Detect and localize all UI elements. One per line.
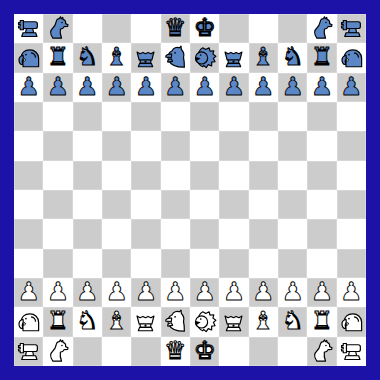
square-b12[interactable] [43,14,72,43]
square-c11[interactable]: ♞ [73,43,102,72]
square-a7[interactable] [14,161,43,190]
white-pawn-piece[interactable]: ♟ [193,279,215,304]
square-g3[interactable]: ♟ [190,278,219,307]
white-cannon-piece[interactable] [338,338,365,365]
white-bishop-piece[interactable]: ♝ [105,308,127,333]
square-k6[interactable] [307,190,336,219]
square-a12[interactable] [14,14,43,43]
square-b4[interactable] [43,249,72,278]
black-rook-piece[interactable]: ♜ [47,44,69,69]
square-k10[interactable]: ♟ [307,73,336,102]
square-h6[interactable] [219,190,248,219]
black-pawn-piece[interactable]: ♟ [76,74,98,99]
square-f11[interactable] [161,43,190,72]
square-a4[interactable] [14,249,43,278]
white-elephant-piece[interactable] [338,308,365,335]
square-b6[interactable] [43,190,72,219]
white-lion-piece[interactable] [191,308,218,335]
square-l9[interactable] [337,102,366,131]
square-g10[interactable]: ♟ [190,73,219,102]
square-f7[interactable] [161,161,190,190]
white-prince-piece[interactable] [220,308,247,335]
square-e4[interactable] [131,249,160,278]
square-b2[interactable]: ♜ [43,307,72,336]
square-i10[interactable]: ♟ [249,73,278,102]
square-l5[interactable] [337,219,366,248]
black-bishop-piece[interactable]: ♝ [105,44,127,69]
white-camel-piece[interactable] [308,338,335,365]
square-d3[interactable]: ♟ [102,278,131,307]
square-k2[interactable]: ♜ [307,307,336,336]
square-l3[interactable]: ♟ [337,278,366,307]
black-knight-piece[interactable]: ♞ [281,44,303,69]
white-pawn-piece[interactable]: ♟ [135,279,157,304]
square-h11[interactable] [219,43,248,72]
square-a11[interactable] [14,43,43,72]
square-f1[interactable]: ♛ [161,337,190,366]
black-king-piece[interactable]: ♚ [193,15,215,40]
square-l1[interactable] [337,337,366,366]
square-a1[interactable] [14,337,43,366]
square-j1[interactable] [278,337,307,366]
square-l12[interactable] [337,14,366,43]
square-d12[interactable] [102,14,131,43]
white-knight-piece[interactable]: ♞ [76,308,98,333]
square-d6[interactable] [102,190,131,219]
square-d1[interactable] [102,337,131,366]
square-k7[interactable] [307,161,336,190]
square-d11[interactable]: ♝ [102,43,131,72]
metamachy-board: ♛♚♜♞♝♝♞♜♟♟♟♟♟♟♟♟♟♟♟♟♟♟♟♟♟♟♟♟♟♟♟♟♜♞♝♝♞♜♛♚ [14,14,366,366]
square-l6[interactable] [337,190,366,219]
white-pawn-piece[interactable]: ♟ [252,279,274,304]
black-rook-piece[interactable]: ♜ [311,44,333,69]
square-g5[interactable] [190,219,219,248]
square-a3[interactable]: ♟ [14,278,43,307]
square-a8[interactable] [14,131,43,160]
square-c5[interactable] [73,219,102,248]
square-g12[interactable]: ♚ [190,14,219,43]
square-j5[interactable] [278,219,307,248]
square-g8[interactable] [190,131,219,160]
white-pawn-piece[interactable]: ♟ [76,279,98,304]
square-l7[interactable] [337,161,366,190]
black-pawn-piece[interactable]: ♟ [281,74,303,99]
square-i12[interactable] [249,14,278,43]
square-c10[interactable]: ♟ [73,73,102,102]
white-pawn-piece[interactable]: ♟ [340,279,362,304]
square-a10[interactable]: ♟ [14,73,43,102]
square-d5[interactable] [102,219,131,248]
square-k3[interactable]: ♟ [307,278,336,307]
square-b9[interactable] [43,102,72,131]
square-h1[interactable] [219,337,248,366]
square-a6[interactable] [14,190,43,219]
square-k8[interactable] [307,131,336,160]
square-g7[interactable] [190,161,219,190]
square-e2[interactable] [131,307,160,336]
square-e3[interactable]: ♟ [131,278,160,307]
white-pawn-piece[interactable]: ♟ [223,279,245,304]
square-k9[interactable] [307,102,336,131]
square-e8[interactable] [131,131,160,160]
square-h4[interactable] [219,249,248,278]
square-k4[interactable] [307,249,336,278]
square-f5[interactable] [161,219,190,248]
square-e6[interactable] [131,190,160,219]
square-c7[interactable] [73,161,102,190]
black-prince-piece[interactable] [132,44,159,71]
square-c8[interactable] [73,131,102,160]
black-pawn-piece[interactable]: ♟ [135,74,157,99]
square-c9[interactable] [73,102,102,131]
black-pawn-piece[interactable]: ♟ [105,74,127,99]
black-pawn-piece[interactable]: ♟ [47,74,69,99]
square-j12[interactable] [278,14,307,43]
black-pawn-piece[interactable]: ♟ [164,74,186,99]
square-e11[interactable] [131,43,160,72]
square-i7[interactable] [249,161,278,190]
square-d9[interactable] [102,102,131,131]
white-pawn-piece[interactable]: ♟ [17,279,39,304]
square-k12[interactable] [307,14,336,43]
square-h2[interactable] [219,307,248,336]
white-pawn-piece[interactable]: ♟ [164,279,186,304]
black-cannon-piece[interactable] [15,15,42,42]
square-f2[interactable] [161,307,190,336]
square-d2[interactable]: ♝ [102,307,131,336]
black-camel-piece[interactable] [44,15,71,42]
white-cannon-piece[interactable] [15,338,42,365]
square-i5[interactable] [249,219,278,248]
square-c1[interactable] [73,337,102,366]
square-d8[interactable] [102,131,131,160]
square-c2[interactable]: ♞ [73,307,102,336]
square-j3[interactable]: ♟ [278,278,307,307]
white-rook-piece[interactable]: ♜ [311,308,333,333]
square-h12[interactable] [219,14,248,43]
square-c4[interactable] [73,249,102,278]
square-h10[interactable]: ♟ [219,73,248,102]
square-e5[interactable] [131,219,160,248]
board-frame: ♛♚♜♞♝♝♞♜♟♟♟♟♟♟♟♟♟♟♟♟♟♟♟♟♟♟♟♟♟♟♟♟♜♞♝♝♞♜♛♚ [0,0,380,380]
black-pawn-piece[interactable]: ♟ [311,74,333,99]
square-f4[interactable] [161,249,190,278]
square-a5[interactable] [14,219,43,248]
square-b1[interactable] [43,337,72,366]
square-l10[interactable]: ♟ [337,73,366,102]
square-j9[interactable] [278,102,307,131]
white-elephant-piece[interactable] [15,308,42,335]
square-g9[interactable] [190,102,219,131]
white-knight-piece[interactable]: ♞ [281,308,303,333]
white-eagle-piece[interactable] [162,308,189,335]
square-i3[interactable]: ♟ [249,278,278,307]
square-i11[interactable]: ♝ [249,43,278,72]
square-f8[interactable] [161,131,190,160]
square-e9[interactable] [131,102,160,131]
black-bishop-piece[interactable]: ♝ [252,44,274,69]
white-bishop-piece[interactable]: ♝ [252,308,274,333]
square-i6[interactable] [249,190,278,219]
square-f10[interactable]: ♟ [161,73,190,102]
square-i9[interactable] [249,102,278,131]
square-c12[interactable] [73,14,102,43]
square-k5[interactable] [307,219,336,248]
square-b10[interactable]: ♟ [43,73,72,102]
square-l8[interactable] [337,131,366,160]
square-f12[interactable]: ♛ [161,14,190,43]
square-j8[interactable] [278,131,307,160]
square-h7[interactable] [219,161,248,190]
white-queen-piece[interactable]: ♛ [164,338,186,363]
square-e7[interactable] [131,161,160,190]
square-j2[interactable]: ♞ [278,307,307,336]
square-a2[interactable] [14,307,43,336]
square-i2[interactable]: ♝ [249,307,278,336]
black-camel-piece[interactable] [308,15,335,42]
white-pawn-piece[interactable]: ♟ [105,279,127,304]
white-camel-piece[interactable] [44,338,71,365]
square-b5[interactable] [43,219,72,248]
black-eagle-piece[interactable] [162,44,189,71]
square-g4[interactable] [190,249,219,278]
black-knight-piece[interactable]: ♞ [76,44,98,69]
black-pawn-piece[interactable]: ♟ [252,74,274,99]
square-c3[interactable]: ♟ [73,278,102,307]
square-e1[interactable] [131,337,160,366]
square-d7[interactable] [102,161,131,190]
square-b7[interactable] [43,161,72,190]
square-k11[interactable]: ♜ [307,43,336,72]
black-prince-piece[interactable] [220,44,247,71]
black-cannon-piece[interactable] [338,15,365,42]
square-g6[interactable] [190,190,219,219]
black-pawn-piece[interactable]: ♟ [340,74,362,99]
square-f3[interactable]: ♟ [161,278,190,307]
black-queen-piece[interactable]: ♛ [164,15,186,40]
white-pawn-piece[interactable]: ♟ [311,279,333,304]
white-pawn-piece[interactable]: ♟ [47,279,69,304]
square-e12[interactable] [131,14,160,43]
square-l2[interactable] [337,307,366,336]
square-i4[interactable] [249,249,278,278]
black-pawn-piece[interactable]: ♟ [17,74,39,99]
square-b8[interactable] [43,131,72,160]
square-b11[interactable]: ♜ [43,43,72,72]
square-j10[interactable]: ♟ [278,73,307,102]
black-lion-piece[interactable] [191,44,218,71]
square-g2[interactable] [190,307,219,336]
white-rook-piece[interactable]: ♜ [47,308,69,333]
black-elephant-piece[interactable] [338,44,365,71]
square-h8[interactable] [219,131,248,160]
black-pawn-piece[interactable]: ♟ [193,74,215,99]
square-a9[interactable] [14,102,43,131]
white-king-piece[interactable]: ♚ [193,338,215,363]
square-h3[interactable]: ♟ [219,278,248,307]
square-l11[interactable] [337,43,366,72]
square-k1[interactable] [307,337,336,366]
square-d10[interactable]: ♟ [102,73,131,102]
square-g1[interactable]: ♚ [190,337,219,366]
square-h9[interactable] [219,102,248,131]
square-g11[interactable] [190,43,219,72]
square-b3[interactable]: ♟ [43,278,72,307]
square-i1[interactable] [249,337,278,366]
square-j4[interactable] [278,249,307,278]
square-l4[interactable] [337,249,366,278]
square-c6[interactable] [73,190,102,219]
square-f9[interactable] [161,102,190,131]
square-d4[interactable] [102,249,131,278]
black-elephant-piece[interactable] [15,44,42,71]
square-e10[interactable]: ♟ [131,73,160,102]
square-j7[interactable] [278,161,307,190]
square-j6[interactable] [278,190,307,219]
square-h5[interactable] [219,219,248,248]
square-f6[interactable] [161,190,190,219]
square-j11[interactable]: ♞ [278,43,307,72]
white-pawn-piece[interactable]: ♟ [281,279,303,304]
square-i8[interactable] [249,131,278,160]
white-prince-piece[interactable] [132,308,159,335]
black-pawn-piece[interactable]: ♟ [223,74,245,99]
